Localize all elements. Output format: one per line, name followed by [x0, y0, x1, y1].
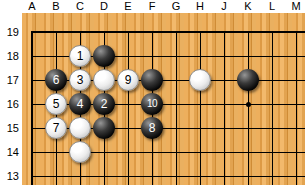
grid-line — [128, 44, 129, 68]
grid-line — [31, 164, 33, 185]
grid-line — [296, 164, 297, 185]
intersection-A14[interactable] — [20, 140, 44, 164]
go-board-diagram: ABCDEFGHJKLM 19181716151413 16395421078 — [0, 0, 305, 185]
grid-line — [296, 92, 297, 116]
grid-line — [248, 116, 249, 140]
grid-line — [176, 44, 177, 68]
grid-line — [272, 164, 273, 185]
intersection-L13[interactable] — [260, 164, 284, 185]
grid-line — [248, 31, 249, 44]
move-number: 9 — [125, 74, 132, 86]
grid-line — [104, 31, 105, 44]
grid-line — [224, 68, 225, 92]
star-point-K16 — [246, 102, 251, 107]
board-grid: 16395421078 — [20, 20, 305, 185]
intersection-L15[interactable] — [260, 116, 284, 140]
intersection-B14[interactable] — [44, 140, 68, 164]
intersection-F19[interactable] — [140, 20, 164, 44]
stone-black-D18 — [93, 45, 115, 67]
intersection-A19[interactable] — [20, 20, 44, 44]
grid-line — [224, 164, 225, 185]
grid-line — [31, 92, 33, 116]
move-number: 8 — [149, 122, 156, 134]
intersection-F18[interactable] — [140, 44, 164, 68]
grid-line — [56, 31, 57, 44]
intersection-G19[interactable] — [164, 20, 188, 44]
column-label-E: E — [116, 0, 140, 13]
intersection-L19[interactable] — [260, 20, 284, 44]
column-label-L: L — [260, 0, 284, 13]
stone-white-D17 — [93, 69, 115, 91]
row-label-14: 14 — [0, 145, 19, 159]
grid-line — [296, 31, 297, 44]
move-number: 4 — [77, 98, 84, 110]
intersection-B17[interactable]: 6 — [44, 68, 68, 92]
column-label-G: G — [164, 0, 188, 13]
intersection-H16[interactable] — [188, 92, 212, 116]
intersection-H15[interactable] — [188, 116, 212, 140]
intersection-G14[interactable] — [164, 140, 188, 164]
intersection-D18[interactable] — [92, 44, 116, 68]
grid-line — [284, 80, 305, 81]
intersection-A13[interactable] — [20, 164, 44, 185]
grid-line — [296, 140, 297, 164]
grid-line — [296, 44, 297, 68]
intersection-A18[interactable] — [20, 44, 44, 68]
grid-line — [224, 140, 225, 164]
stone-white-C17: 3 — [69, 69, 91, 91]
grid-line — [31, 140, 33, 164]
intersection-H14[interactable] — [188, 140, 212, 164]
grid-line — [152, 31, 153, 44]
grid-line — [31, 68, 33, 92]
stone-black-F16: 10 — [141, 93, 163, 115]
intersection-J14[interactable] — [212, 140, 236, 164]
grid-line — [272, 92, 273, 116]
intersection-C17[interactable]: 3 — [68, 68, 92, 92]
intersection-M14[interactable] — [284, 140, 305, 164]
row-label-17: 17 — [0, 73, 19, 87]
grid-line — [128, 31, 129, 44]
intersection-K15[interactable] — [236, 116, 260, 140]
grid-line — [56, 140, 57, 164]
grid-line — [248, 140, 249, 164]
intersection-E19[interactable] — [116, 20, 140, 44]
intersection-H13[interactable] — [188, 164, 212, 185]
grid-line — [31, 31, 33, 44]
move-number: 2 — [101, 98, 108, 110]
grid-line — [176, 140, 177, 164]
column-label-B: B — [44, 0, 68, 13]
grid-line — [248, 164, 249, 185]
column-label-K: K — [236, 0, 260, 13]
intersection-J17[interactable] — [212, 68, 236, 92]
stone-black-C16: 4 — [69, 93, 91, 115]
move-number: 7 — [53, 122, 60, 134]
grid-line — [80, 164, 81, 185]
intersection-D19[interactable] — [92, 20, 116, 44]
intersection-F16[interactable]: 10 — [140, 92, 164, 116]
stone-black-F17 — [141, 69, 163, 91]
grid-line — [31, 44, 33, 68]
intersection-H17[interactable] — [188, 68, 212, 92]
intersection-D16[interactable]: 2 — [92, 92, 116, 116]
intersection-J13[interactable] — [212, 164, 236, 185]
row-label-13: 13 — [0, 169, 19, 183]
intersection-L16[interactable] — [260, 92, 284, 116]
grid-line — [200, 44, 201, 68]
column-label-H: H — [188, 0, 212, 13]
intersection-E14[interactable] — [116, 140, 140, 164]
intersection-A17[interactable] — [20, 68, 44, 92]
stone-white-C15 — [69, 117, 91, 139]
intersection-M13[interactable] — [284, 164, 305, 185]
intersection-G13[interactable] — [164, 164, 188, 185]
intersection-C13[interactable] — [68, 164, 92, 185]
column-label-D: D — [92, 0, 116, 13]
intersection-J19[interactable] — [212, 20, 236, 44]
grid-line — [176, 68, 177, 92]
intersection-G16[interactable] — [164, 92, 188, 116]
grid-line — [56, 44, 57, 68]
intersection-K14[interactable] — [236, 140, 260, 164]
intersection-D15[interactable] — [92, 116, 116, 140]
grid-line — [284, 31, 305, 33]
intersection-C14[interactable] — [68, 140, 92, 164]
grid-line — [284, 104, 305, 105]
intersection-C16[interactable]: 4 — [68, 92, 92, 116]
grid-line — [152, 140, 153, 164]
stone-white-E17: 9 — [117, 69, 139, 91]
grid-line — [152, 44, 153, 68]
column-label-F: F — [140, 0, 164, 13]
intersection-J16[interactable] — [212, 92, 236, 116]
intersection-M18[interactable] — [284, 44, 305, 68]
grid-line — [272, 68, 273, 92]
grid-line — [104, 164, 105, 185]
intersection-A15[interactable] — [20, 116, 44, 140]
grid-line — [56, 164, 57, 185]
intersection-D17[interactable] — [92, 68, 116, 92]
intersection-C19[interactable] — [68, 20, 92, 44]
column-label-J: J — [212, 0, 236, 13]
intersection-F14[interactable] — [140, 140, 164, 164]
grid-line — [128, 164, 129, 185]
grid-line — [80, 31, 81, 44]
intersection-F13[interactable] — [140, 164, 164, 185]
grid-line — [224, 44, 225, 68]
grid-line — [176, 164, 177, 185]
move-number: 3 — [77, 74, 84, 86]
stone-black-D15 — [93, 117, 115, 139]
intersection-K19[interactable] — [236, 20, 260, 44]
grid-line — [272, 116, 273, 140]
grid-line — [152, 164, 153, 185]
grid-line — [224, 31, 225, 44]
grid-line — [200, 164, 201, 185]
intersection-B18[interactable] — [44, 44, 68, 68]
intersection-C18[interactable]: 1 — [68, 44, 92, 68]
column-label-C: C — [68, 0, 92, 13]
grid-line — [296, 116, 297, 140]
intersection-M16[interactable] — [284, 92, 305, 116]
grid-line — [272, 44, 273, 68]
intersection-F15[interactable]: 8 — [140, 116, 164, 140]
intersection-L18[interactable] — [260, 44, 284, 68]
grid-line — [200, 92, 201, 116]
stone-white-B15: 7 — [45, 117, 67, 139]
intersection-H19[interactable] — [188, 20, 212, 44]
intersection-K17[interactable] — [236, 68, 260, 92]
grid-line — [284, 56, 305, 57]
intersection-M15[interactable] — [284, 116, 305, 140]
intersection-K18[interactable] — [236, 44, 260, 68]
intersection-K16[interactable] — [236, 92, 260, 116]
grid-line — [272, 140, 273, 164]
intersection-G15[interactable] — [164, 116, 188, 140]
intersection-E17[interactable]: 9 — [116, 68, 140, 92]
stone-white-C14 — [69, 141, 91, 163]
grid-line — [272, 31, 273, 44]
grid-line — [284, 176, 305, 177]
grid-line — [284, 128, 305, 129]
grid-line — [128, 92, 129, 116]
stone-white-H17 — [189, 69, 211, 91]
stone-black-B17: 6 — [45, 69, 67, 91]
intersection-B19[interactable] — [44, 20, 68, 44]
intersection-L14[interactable] — [260, 140, 284, 164]
intersection-E16[interactable] — [116, 92, 140, 116]
stone-white-B16: 5 — [45, 93, 67, 115]
intersection-H18[interactable] — [188, 44, 212, 68]
grid-line — [176, 92, 177, 116]
intersection-G17[interactable] — [164, 68, 188, 92]
intersection-D14[interactable] — [92, 140, 116, 164]
grid-line — [128, 116, 129, 140]
grid-line — [176, 31, 177, 44]
grid-line — [248, 44, 249, 68]
grid-line — [200, 116, 201, 140]
intersection-B13[interactable] — [44, 164, 68, 185]
intersection-B16[interactable]: 5 — [44, 92, 68, 116]
stone-black-D16: 2 — [93, 93, 115, 115]
row-label-18: 18 — [0, 49, 19, 63]
intersection-G18[interactable] — [164, 44, 188, 68]
move-number: 1 — [77, 50, 84, 62]
grid-line — [128, 140, 129, 164]
grid-line — [104, 140, 105, 164]
move-number: 6 — [53, 74, 60, 86]
grid-line — [200, 31, 201, 44]
row-label-15: 15 — [0, 121, 19, 135]
intersection-L17[interactable] — [260, 68, 284, 92]
grid-line — [296, 68, 297, 92]
grid-line — [284, 152, 305, 153]
intersection-A16[interactable] — [20, 92, 44, 116]
intersection-J18[interactable] — [212, 44, 236, 68]
column-label-A: A — [20, 0, 44, 13]
intersection-M19[interactable] — [284, 20, 305, 44]
intersection-E18[interactable] — [116, 44, 140, 68]
grid-line — [31, 116, 33, 140]
intersection-D13[interactable] — [92, 164, 116, 185]
grid-line — [176, 116, 177, 140]
intersection-E13[interactable] — [116, 164, 140, 185]
grid-line — [224, 92, 225, 116]
intersection-M17[interactable] — [284, 68, 305, 92]
stone-black-K17 — [237, 69, 259, 91]
move-number: 5 — [53, 98, 60, 110]
intersection-E15[interactable] — [116, 116, 140, 140]
row-label-19: 19 — [0, 25, 19, 39]
intersection-C15[interactable] — [68, 116, 92, 140]
grid-line — [200, 140, 201, 164]
grid-line — [224, 116, 225, 140]
move-number: 10 — [147, 99, 157, 109]
column-label-M: M — [284, 0, 305, 13]
intersection-J15[interactable] — [212, 116, 236, 140]
stone-black-F15: 8 — [141, 117, 163, 139]
row-label-16: 16 — [0, 97, 19, 111]
stone-white-C18: 1 — [69, 45, 91, 67]
intersection-B15[interactable]: 7 — [44, 116, 68, 140]
intersection-F17[interactable] — [140, 68, 164, 92]
intersection-K13[interactable] — [236, 164, 260, 185]
